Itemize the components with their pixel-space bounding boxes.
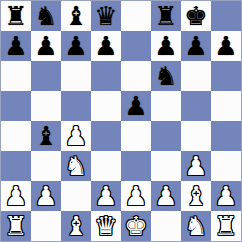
square-d4[interactable] [91, 121, 121, 151]
square-f6[interactable]: ♞ [151, 61, 181, 91]
square-f7[interactable]: ♟ [151, 31, 181, 61]
square-c7[interactable]: ♟ [61, 31, 91, 61]
piece-black-knight[interactable]: ♞ [154, 61, 177, 91]
piece-white-pawn[interactable]: ♟ [34, 181, 57, 211]
square-g7[interactable]: ♟ [181, 31, 211, 61]
square-f1[interactable] [151, 211, 181, 241]
piece-black-rook[interactable]: ♜ [154, 1, 177, 31]
piece-white-pawn[interactable]: ♟ [214, 181, 237, 211]
square-h5[interactable] [211, 91, 241, 121]
square-a8[interactable]: ♜ [1, 1, 31, 31]
square-f2[interactable]: ♟ [151, 181, 181, 211]
square-g1[interactable]: ♞ [181, 211, 211, 241]
square-a3[interactable] [1, 151, 31, 181]
piece-white-pawn[interactable]: ♟ [4, 181, 27, 211]
square-a2[interactable]: ♟ [1, 181, 31, 211]
square-f5[interactable] [151, 91, 181, 121]
piece-black-pawn[interactable]: ♟ [94, 31, 117, 61]
square-c4[interactable]: ♟ [61, 121, 91, 151]
square-h3[interactable] [211, 151, 241, 181]
square-c8[interactable]: ♝ [61, 1, 91, 31]
square-a5[interactable] [1, 91, 31, 121]
piece-white-bishop[interactable]: ♝ [64, 211, 87, 241]
square-c2[interactable] [61, 181, 91, 211]
piece-black-pawn[interactable]: ♟ [184, 31, 207, 61]
square-d8[interactable]: ♛ [91, 1, 121, 31]
piece-black-pawn[interactable]: ♟ [124, 91, 147, 121]
piece-black-bishop[interactable]: ♝ [34, 121, 57, 151]
square-f4[interactable] [151, 121, 181, 151]
square-g5[interactable] [181, 91, 211, 121]
square-h8[interactable] [211, 1, 241, 31]
square-b2[interactable]: ♟ [31, 181, 61, 211]
piece-black-knight[interactable]: ♞ [34, 1, 57, 31]
piece-black-queen[interactable]: ♛ [94, 1, 117, 31]
square-h2[interactable]: ♟ [211, 181, 241, 211]
square-e1[interactable]: ♚ [121, 211, 151, 241]
square-c1[interactable]: ♝ [61, 211, 91, 241]
square-d2[interactable]: ♟ [91, 181, 121, 211]
square-b4[interactable]: ♝ [31, 121, 61, 151]
piece-black-bishop[interactable]: ♝ [64, 1, 87, 31]
square-d5[interactable] [91, 91, 121, 121]
square-g6[interactable] [181, 61, 211, 91]
square-g3[interactable]: ♟ [181, 151, 211, 181]
piece-black-rook[interactable]: ♜ [4, 1, 27, 31]
square-d3[interactable] [91, 151, 121, 181]
square-f8[interactable]: ♜ [151, 1, 181, 31]
square-c3[interactable]: ♞ [61, 151, 91, 181]
square-c6[interactable] [61, 61, 91, 91]
square-e2[interactable]: ♟ [121, 181, 151, 211]
piece-white-pawn[interactable]: ♟ [124, 181, 147, 211]
square-e6[interactable] [121, 61, 151, 91]
piece-white-knight[interactable]: ♞ [184, 211, 207, 241]
square-f3[interactable] [151, 151, 181, 181]
piece-white-pawn[interactable]: ♟ [154, 181, 177, 211]
square-g8[interactable]: ♚ [181, 1, 211, 31]
square-b3[interactable] [31, 151, 61, 181]
piece-white-rook[interactable]: ♜ [4, 211, 27, 241]
square-c5[interactable] [61, 91, 91, 121]
piece-white-pawn[interactable]: ♟ [184, 151, 207, 181]
square-a1[interactable]: ♜ [1, 211, 31, 241]
square-e3[interactable] [121, 151, 151, 181]
piece-black-pawn[interactable]: ♟ [154, 31, 177, 61]
square-d7[interactable]: ♟ [91, 31, 121, 61]
piece-black-pawn[interactable]: ♟ [64, 31, 87, 61]
square-a7[interactable]: ♟ [1, 31, 31, 61]
square-b6[interactable] [31, 61, 61, 91]
piece-black-pawn[interactable]: ♟ [4, 31, 27, 61]
square-e5[interactable]: ♟ [121, 91, 151, 121]
square-b7[interactable]: ♟ [31, 31, 61, 61]
square-e7[interactable] [121, 31, 151, 61]
piece-black-king[interactable]: ♚ [184, 1, 207, 31]
piece-black-pawn[interactable]: ♟ [214, 31, 237, 61]
piece-white-bishop[interactable]: ♝ [184, 181, 207, 211]
piece-white-knight[interactable]: ♞ [64, 151, 87, 181]
square-d6[interactable] [91, 61, 121, 91]
square-e8[interactable] [121, 1, 151, 31]
piece-white-rook[interactable]: ♜ [214, 211, 237, 241]
square-g4[interactable] [181, 121, 211, 151]
square-h1[interactable]: ♜ [211, 211, 241, 241]
square-h7[interactable]: ♟ [211, 31, 241, 61]
square-e4[interactable] [121, 121, 151, 151]
piece-white-pawn[interactable]: ♟ [64, 121, 87, 151]
square-b5[interactable] [31, 91, 61, 121]
square-a4[interactable] [1, 121, 31, 151]
piece-black-pawn[interactable]: ♟ [34, 31, 57, 61]
square-b1[interactable] [31, 211, 61, 241]
piece-white-pawn[interactable]: ♟ [94, 181, 117, 211]
square-g2[interactable]: ♝ [181, 181, 211, 211]
piece-white-queen[interactable]: ♛ [94, 211, 117, 241]
piece-white-king[interactable]: ♚ [124, 211, 147, 241]
square-d1[interactable]: ♛ [91, 211, 121, 241]
chess-board: ♜♞♝♛♜♚♟♟♟♟♟♟♟♞♟♝♟♞♟♟♟♟♟♟♝♟♜♝♛♚♞♜ [0, 0, 242, 242]
square-h4[interactable] [211, 121, 241, 151]
square-a6[interactable] [1, 61, 31, 91]
square-b8[interactable]: ♞ [31, 1, 61, 31]
square-h6[interactable] [211, 61, 241, 91]
